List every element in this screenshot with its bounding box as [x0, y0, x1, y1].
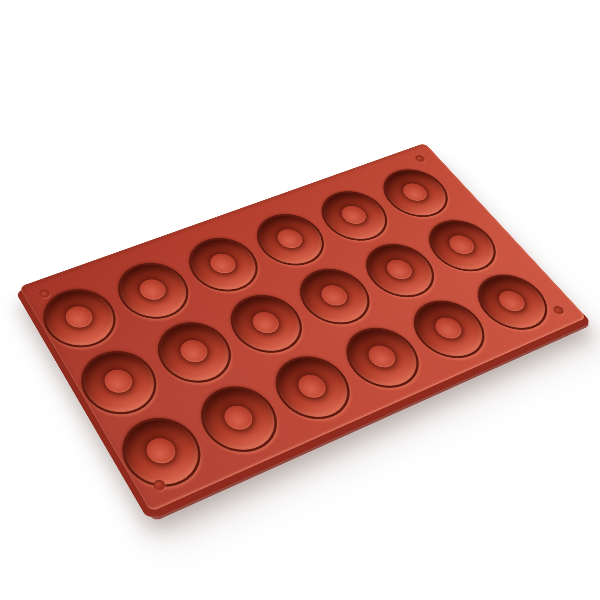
- cavity-well: [180, 232, 268, 298]
- cavity-well: [248, 209, 335, 272]
- cavity-center-post: [100, 366, 137, 397]
- cavity-center-post: [445, 233, 479, 258]
- cavity-center-post: [494, 288, 530, 315]
- cavity-well: [191, 379, 289, 460]
- corner-rivet: [551, 305, 566, 316]
- cavity-well: [374, 164, 458, 222]
- cavity-center-post: [62, 303, 98, 331]
- corner-rivet: [414, 154, 427, 163]
- cavity-center-post: [382, 257, 417, 283]
- mold-cavity: [69, 342, 171, 426]
- cavity-well: [265, 350, 361, 428]
- product-photo: [0, 0, 600, 600]
- mold-cavity: [106, 255, 202, 329]
- cavity-well: [149, 316, 242, 391]
- cavity-center-post: [317, 282, 352, 309]
- cavity-center-post: [273, 226, 307, 251]
- cavity-center-post: [220, 402, 258, 434]
- cavity-center-post: [337, 203, 370, 227]
- corner-rivet: [38, 288, 52, 299]
- cavity-center-post: [206, 251, 241, 277]
- cavity-center-post: [431, 314, 467, 342]
- cavity-well: [109, 257, 198, 326]
- cavity-center-post: [364, 342, 401, 371]
- cavity-well: [221, 289, 313, 360]
- cavity-center-post: [399, 181, 432, 204]
- cavity-center-post: [294, 371, 332, 401]
- cavity-center-post: [142, 434, 181, 467]
- silicone-mold: [19, 143, 587, 512]
- cavity-well: [72, 344, 167, 422]
- cavity-center-post: [176, 337, 213, 366]
- cavity-center-post: [136, 276, 171, 303]
- cavity-center-post: [248, 309, 284, 337]
